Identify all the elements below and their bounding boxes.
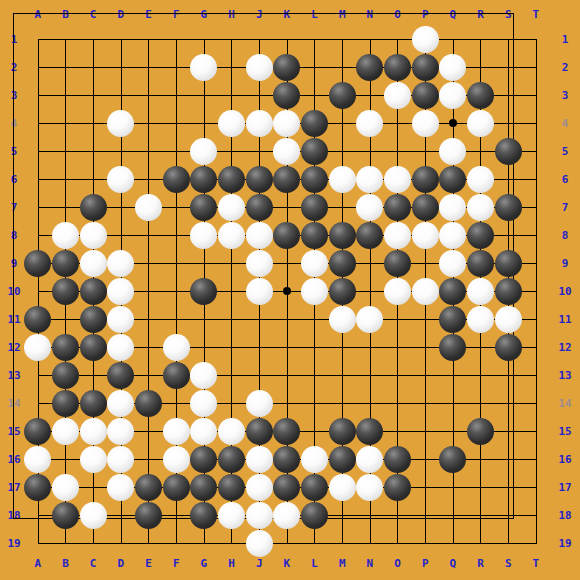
board-point[interactable] bbox=[411, 221, 439, 249]
board-point[interactable] bbox=[328, 501, 356, 529]
board-point[interactable] bbox=[190, 389, 218, 417]
board-point[interactable] bbox=[24, 333, 52, 361]
board-point[interactable] bbox=[467, 501, 495, 529]
board-point[interactable] bbox=[439, 333, 467, 361]
board-point[interactable] bbox=[52, 529, 80, 557]
board-point[interactable] bbox=[218, 137, 246, 165]
board-point[interactable] bbox=[384, 53, 412, 81]
board-point[interactable] bbox=[411, 25, 439, 53]
board-point[interactable] bbox=[467, 361, 495, 389]
board-point[interactable] bbox=[79, 81, 107, 109]
board-point[interactable] bbox=[24, 53, 52, 81]
board-point[interactable] bbox=[162, 361, 190, 389]
board-point[interactable] bbox=[218, 81, 246, 109]
board-point[interactable] bbox=[301, 445, 329, 473]
board-point[interactable] bbox=[439, 25, 467, 53]
board-point[interactable] bbox=[218, 473, 246, 501]
board-point[interactable] bbox=[190, 305, 218, 333]
board-point[interactable] bbox=[190, 501, 218, 529]
board-point[interactable] bbox=[24, 305, 52, 333]
board-point[interactable] bbox=[245, 501, 273, 529]
board-point[interactable] bbox=[135, 25, 163, 53]
board-point[interactable] bbox=[301, 221, 329, 249]
board-point[interactable] bbox=[273, 137, 301, 165]
board-point[interactable] bbox=[328, 473, 356, 501]
board-point[interactable] bbox=[218, 305, 246, 333]
board-point[interactable] bbox=[52, 389, 80, 417]
board-point[interactable] bbox=[494, 109, 522, 137]
board-point[interactable] bbox=[356, 361, 384, 389]
board-point[interactable] bbox=[301, 81, 329, 109]
board-point[interactable] bbox=[107, 445, 135, 473]
board-point[interactable] bbox=[218, 445, 246, 473]
board-point[interactable] bbox=[522, 193, 550, 221]
board-point[interactable] bbox=[467, 529, 495, 557]
board-point[interactable] bbox=[79, 109, 107, 137]
board-point[interactable] bbox=[384, 221, 412, 249]
board-point[interactable] bbox=[190, 473, 218, 501]
board-point[interactable] bbox=[52, 361, 80, 389]
board-point[interactable] bbox=[107, 249, 135, 277]
board-point[interactable] bbox=[356, 445, 384, 473]
board-point[interactable] bbox=[107, 277, 135, 305]
board-point[interactable] bbox=[107, 473, 135, 501]
board-point[interactable] bbox=[467, 333, 495, 361]
board-point[interactable] bbox=[328, 25, 356, 53]
board-point[interactable] bbox=[494, 305, 522, 333]
board-point[interactable] bbox=[494, 277, 522, 305]
board-point[interactable] bbox=[79, 333, 107, 361]
board-point[interactable] bbox=[79, 193, 107, 221]
board-point[interactable] bbox=[356, 473, 384, 501]
board-point[interactable] bbox=[356, 25, 384, 53]
board-point[interactable] bbox=[218, 193, 246, 221]
board-point[interactable] bbox=[162, 165, 190, 193]
board-point[interactable] bbox=[494, 361, 522, 389]
board-point[interactable] bbox=[328, 361, 356, 389]
board-point[interactable] bbox=[24, 81, 52, 109]
board-point[interactable] bbox=[218, 417, 246, 445]
board-point[interactable] bbox=[162, 277, 190, 305]
board-point[interactable] bbox=[301, 109, 329, 137]
board-point[interactable] bbox=[79, 417, 107, 445]
board-point[interactable] bbox=[162, 529, 190, 557]
board-point[interactable] bbox=[467, 109, 495, 137]
board-point[interactable] bbox=[411, 361, 439, 389]
board-point[interactable] bbox=[411, 529, 439, 557]
board-point[interactable] bbox=[522, 221, 550, 249]
board-point[interactable] bbox=[356, 389, 384, 417]
board-point[interactable] bbox=[245, 53, 273, 81]
board-point[interactable] bbox=[328, 221, 356, 249]
board-point[interactable] bbox=[218, 277, 246, 305]
board-point[interactable] bbox=[245, 445, 273, 473]
board-point[interactable] bbox=[328, 445, 356, 473]
board-point[interactable] bbox=[411, 417, 439, 445]
board-point[interactable] bbox=[411, 165, 439, 193]
board-point[interactable] bbox=[522, 501, 550, 529]
board-point[interactable] bbox=[411, 333, 439, 361]
board-point[interactable] bbox=[301, 249, 329, 277]
board-point[interactable] bbox=[328, 137, 356, 165]
board-point[interactable] bbox=[411, 109, 439, 137]
board-point[interactable] bbox=[190, 109, 218, 137]
board-point[interactable] bbox=[522, 473, 550, 501]
board-point[interactable] bbox=[218, 53, 246, 81]
board-point[interactable] bbox=[328, 305, 356, 333]
board-point[interactable] bbox=[218, 529, 246, 557]
board-point[interactable] bbox=[301, 333, 329, 361]
board-point[interactable] bbox=[356, 333, 384, 361]
board-point[interactable] bbox=[79, 53, 107, 81]
board-point[interactable] bbox=[135, 389, 163, 417]
board-point[interactable] bbox=[245, 109, 273, 137]
board-point[interactable] bbox=[135, 305, 163, 333]
board-point[interactable] bbox=[356, 193, 384, 221]
board-point[interactable] bbox=[467, 473, 495, 501]
board-point[interactable] bbox=[162, 389, 190, 417]
board-point[interactable] bbox=[162, 221, 190, 249]
board-point[interactable] bbox=[411, 389, 439, 417]
board-point[interactable] bbox=[494, 333, 522, 361]
board-point[interactable] bbox=[467, 445, 495, 473]
board-point[interactable] bbox=[384, 501, 412, 529]
board-point[interactable] bbox=[439, 277, 467, 305]
board-point[interactable] bbox=[24, 445, 52, 473]
board-point[interactable] bbox=[273, 109, 301, 137]
board-point[interactable] bbox=[24, 25, 52, 53]
board-point[interactable] bbox=[328, 417, 356, 445]
board-point[interactable] bbox=[301, 501, 329, 529]
board-point[interactable] bbox=[301, 165, 329, 193]
board-point[interactable] bbox=[218, 361, 246, 389]
board-point[interactable] bbox=[24, 249, 52, 277]
board-point[interactable] bbox=[494, 25, 522, 53]
board-point[interactable] bbox=[467, 277, 495, 305]
board-point[interactable] bbox=[411, 277, 439, 305]
board-point[interactable] bbox=[52, 193, 80, 221]
board-point[interactable] bbox=[52, 305, 80, 333]
board-point[interactable] bbox=[384, 25, 412, 53]
board-point[interactable] bbox=[467, 249, 495, 277]
board-point[interactable] bbox=[384, 445, 412, 473]
board-point[interactable] bbox=[24, 389, 52, 417]
board-point[interactable] bbox=[356, 417, 384, 445]
board-point[interactable] bbox=[273, 25, 301, 53]
board-point[interactable] bbox=[79, 249, 107, 277]
board-point[interactable] bbox=[273, 361, 301, 389]
board-point[interactable] bbox=[356, 249, 384, 277]
board-point[interactable] bbox=[245, 529, 273, 557]
board-point[interactable] bbox=[301, 417, 329, 445]
board-point[interactable] bbox=[24, 417, 52, 445]
board-point[interactable] bbox=[107, 165, 135, 193]
board-point[interactable] bbox=[411, 193, 439, 221]
board-point[interactable] bbox=[52, 445, 80, 473]
board-point[interactable] bbox=[384, 277, 412, 305]
board-point[interactable] bbox=[162, 445, 190, 473]
board-point[interactable] bbox=[218, 249, 246, 277]
board-point[interactable] bbox=[52, 137, 80, 165]
board-point[interactable] bbox=[439, 417, 467, 445]
board-point[interactable] bbox=[190, 193, 218, 221]
board-point[interactable] bbox=[190, 137, 218, 165]
board-point[interactable] bbox=[522, 81, 550, 109]
board-point[interactable] bbox=[439, 445, 467, 473]
board-point[interactable] bbox=[411, 501, 439, 529]
board-point[interactable] bbox=[190, 361, 218, 389]
board-point[interactable] bbox=[494, 445, 522, 473]
board-point[interactable] bbox=[162, 417, 190, 445]
board-point[interactable] bbox=[162, 53, 190, 81]
board-point[interactable] bbox=[384, 249, 412, 277]
board-point[interactable] bbox=[190, 53, 218, 81]
board-point[interactable] bbox=[273, 501, 301, 529]
board-point[interactable] bbox=[162, 137, 190, 165]
board-point[interactable] bbox=[79, 25, 107, 53]
board-point[interactable] bbox=[273, 445, 301, 473]
board-point[interactable] bbox=[24, 529, 52, 557]
board-point[interactable] bbox=[494, 137, 522, 165]
board-point[interactable] bbox=[522, 529, 550, 557]
board-point[interactable] bbox=[79, 221, 107, 249]
board-point[interactable] bbox=[107, 305, 135, 333]
board-point[interactable] bbox=[439, 165, 467, 193]
board-point[interactable] bbox=[273, 333, 301, 361]
board-point[interactable] bbox=[411, 305, 439, 333]
board-point[interactable] bbox=[273, 473, 301, 501]
board-point[interactable] bbox=[52, 333, 80, 361]
board-point[interactable] bbox=[384, 529, 412, 557]
board-point[interactable] bbox=[79, 501, 107, 529]
board-point[interactable] bbox=[162, 109, 190, 137]
board-point[interactable] bbox=[273, 305, 301, 333]
board-point[interactable] bbox=[24, 501, 52, 529]
board-point[interactable] bbox=[79, 165, 107, 193]
board-point[interactable] bbox=[467, 25, 495, 53]
board-point[interactable] bbox=[245, 165, 273, 193]
board-point[interactable] bbox=[328, 277, 356, 305]
board-point[interactable] bbox=[135, 473, 163, 501]
board-point[interactable] bbox=[190, 81, 218, 109]
board-point[interactable] bbox=[467, 389, 495, 417]
board-point[interactable] bbox=[356, 529, 384, 557]
board-point[interactable] bbox=[245, 305, 273, 333]
board-point[interactable] bbox=[79, 361, 107, 389]
board-point[interactable] bbox=[384, 389, 412, 417]
board-point[interactable] bbox=[190, 25, 218, 53]
board-point[interactable] bbox=[522, 389, 550, 417]
board-point[interactable] bbox=[494, 221, 522, 249]
board-point[interactable] bbox=[107, 137, 135, 165]
board-point[interactable] bbox=[439, 193, 467, 221]
board-point[interactable] bbox=[107, 109, 135, 137]
board-point[interactable] bbox=[24, 361, 52, 389]
board-point[interactable] bbox=[301, 53, 329, 81]
board-point[interactable] bbox=[384, 165, 412, 193]
board-point[interactable] bbox=[79, 389, 107, 417]
board-point[interactable] bbox=[273, 53, 301, 81]
board-point[interactable] bbox=[135, 445, 163, 473]
board-point[interactable] bbox=[190, 277, 218, 305]
board-point[interactable] bbox=[135, 81, 163, 109]
board-point[interactable] bbox=[218, 25, 246, 53]
board-point[interactable] bbox=[384, 333, 412, 361]
board-point[interactable] bbox=[107, 389, 135, 417]
board-point[interactable] bbox=[439, 221, 467, 249]
board-point[interactable] bbox=[301, 361, 329, 389]
board-point[interactable] bbox=[439, 137, 467, 165]
board-point[interactable] bbox=[107, 417, 135, 445]
board-point[interactable] bbox=[494, 417, 522, 445]
board-point[interactable] bbox=[135, 137, 163, 165]
board-point[interactable] bbox=[273, 277, 301, 305]
board-point[interactable] bbox=[467, 417, 495, 445]
board-point[interactable] bbox=[24, 473, 52, 501]
board-point[interactable] bbox=[356, 277, 384, 305]
board-point[interactable] bbox=[494, 529, 522, 557]
board-point[interactable] bbox=[384, 81, 412, 109]
board-point[interactable] bbox=[328, 529, 356, 557]
board-point[interactable] bbox=[52, 109, 80, 137]
board-point[interactable] bbox=[245, 417, 273, 445]
board-point[interactable] bbox=[24, 193, 52, 221]
board-point[interactable] bbox=[218, 501, 246, 529]
board-point[interactable] bbox=[135, 249, 163, 277]
board-point[interactable] bbox=[467, 53, 495, 81]
board-point[interactable] bbox=[439, 305, 467, 333]
board-point[interactable] bbox=[411, 137, 439, 165]
board-point[interactable] bbox=[52, 473, 80, 501]
board-point[interactable] bbox=[107, 501, 135, 529]
board-point[interactable] bbox=[218, 109, 246, 137]
board-point[interactable] bbox=[52, 417, 80, 445]
board-point[interactable] bbox=[135, 221, 163, 249]
board-point[interactable] bbox=[107, 361, 135, 389]
board-point[interactable] bbox=[328, 193, 356, 221]
board-point[interactable] bbox=[467, 221, 495, 249]
board-point[interactable] bbox=[107, 81, 135, 109]
board-point[interactable] bbox=[79, 137, 107, 165]
board-point[interactable] bbox=[273, 221, 301, 249]
board-point[interactable] bbox=[522, 333, 550, 361]
board-point[interactable] bbox=[356, 305, 384, 333]
board-point[interactable] bbox=[494, 165, 522, 193]
board-point[interactable] bbox=[107, 221, 135, 249]
board-point[interactable] bbox=[162, 81, 190, 109]
board-point[interactable] bbox=[522, 249, 550, 277]
board-point[interactable] bbox=[135, 277, 163, 305]
board-point[interactable] bbox=[384, 417, 412, 445]
board-point[interactable] bbox=[522, 25, 550, 53]
board-point[interactable] bbox=[190, 249, 218, 277]
board-point[interactable] bbox=[52, 249, 80, 277]
board-point[interactable] bbox=[328, 81, 356, 109]
board-point[interactable] bbox=[467, 81, 495, 109]
board-point[interactable] bbox=[522, 417, 550, 445]
board-point[interactable] bbox=[522, 305, 550, 333]
board-point[interactable] bbox=[328, 165, 356, 193]
board-point[interactable] bbox=[24, 165, 52, 193]
board-point[interactable] bbox=[162, 473, 190, 501]
board-point[interactable] bbox=[245, 25, 273, 53]
board-point[interactable] bbox=[439, 389, 467, 417]
board-point[interactable] bbox=[190, 417, 218, 445]
board-point[interactable] bbox=[356, 221, 384, 249]
board-point[interactable] bbox=[135, 361, 163, 389]
board-point[interactable] bbox=[273, 81, 301, 109]
board-point[interactable] bbox=[79, 305, 107, 333]
board-point[interactable] bbox=[162, 501, 190, 529]
board-point[interactable] bbox=[245, 137, 273, 165]
board-point[interactable] bbox=[494, 473, 522, 501]
board-point[interactable] bbox=[52, 25, 80, 53]
board-point[interactable] bbox=[328, 109, 356, 137]
board-point[interactable] bbox=[411, 53, 439, 81]
board-point[interactable] bbox=[384, 109, 412, 137]
board-point[interactable] bbox=[218, 165, 246, 193]
board-point[interactable] bbox=[467, 137, 495, 165]
board-point[interactable] bbox=[162, 249, 190, 277]
board-point[interactable] bbox=[245, 193, 273, 221]
board-point[interactable] bbox=[218, 333, 246, 361]
board-point[interactable] bbox=[522, 165, 550, 193]
board-point[interactable] bbox=[273, 249, 301, 277]
board-point[interactable] bbox=[52, 81, 80, 109]
board-point[interactable] bbox=[162, 305, 190, 333]
board-point[interactable] bbox=[273, 417, 301, 445]
board-point[interactable] bbox=[494, 249, 522, 277]
board-point[interactable] bbox=[135, 529, 163, 557]
board-point[interactable] bbox=[162, 193, 190, 221]
board-point[interactable] bbox=[135, 109, 163, 137]
board-point[interactable] bbox=[135, 193, 163, 221]
board-point[interactable] bbox=[52, 165, 80, 193]
board-point[interactable] bbox=[79, 445, 107, 473]
board-point[interactable] bbox=[356, 109, 384, 137]
board-point[interactable] bbox=[135, 53, 163, 81]
board-point[interactable] bbox=[273, 165, 301, 193]
board-point[interactable] bbox=[411, 473, 439, 501]
board-point[interactable] bbox=[439, 473, 467, 501]
board-point[interactable] bbox=[356, 81, 384, 109]
board-point[interactable] bbox=[245, 333, 273, 361]
board-point[interactable] bbox=[273, 529, 301, 557]
board-point[interactable] bbox=[356, 501, 384, 529]
board-point[interactable] bbox=[52, 501, 80, 529]
board-point[interactable] bbox=[135, 501, 163, 529]
board-point[interactable] bbox=[439, 81, 467, 109]
board-point[interactable] bbox=[301, 25, 329, 53]
board-point[interactable] bbox=[107, 529, 135, 557]
board-point[interactable] bbox=[245, 81, 273, 109]
board-point[interactable] bbox=[79, 277, 107, 305]
board-point[interactable] bbox=[301, 193, 329, 221]
board-point[interactable] bbox=[439, 53, 467, 81]
board-point[interactable] bbox=[328, 249, 356, 277]
board-point[interactable] bbox=[384, 137, 412, 165]
board-point[interactable] bbox=[384, 305, 412, 333]
board-point[interactable] bbox=[135, 417, 163, 445]
board-point[interactable] bbox=[245, 221, 273, 249]
board-point[interactable] bbox=[439, 501, 467, 529]
board-point[interactable] bbox=[107, 193, 135, 221]
board-point[interactable] bbox=[439, 109, 467, 137]
board-point[interactable] bbox=[328, 333, 356, 361]
board-point[interactable] bbox=[384, 193, 412, 221]
board-point[interactable] bbox=[384, 361, 412, 389]
board-point[interactable] bbox=[245, 361, 273, 389]
